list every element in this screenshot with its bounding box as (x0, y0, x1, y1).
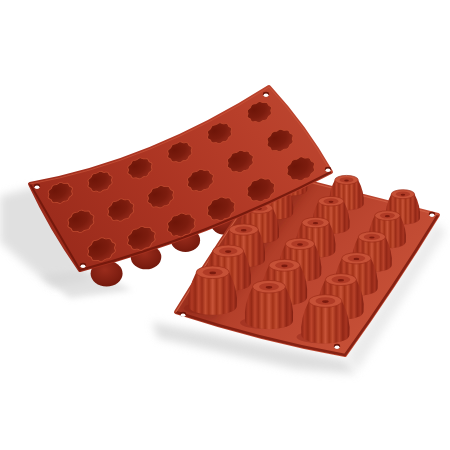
cup-top-dimple (338, 279, 344, 282)
cup-top-dimple (401, 194, 406, 196)
cup-top-dimple (322, 300, 329, 303)
cup-top-dimple (313, 222, 318, 224)
corner-hole (335, 346, 340, 350)
cup-bump (184, 266, 237, 315)
corner-hole (430, 214, 435, 218)
cup-top-dimple (225, 250, 231, 253)
corner-hole (35, 186, 40, 190)
corner-hole (181, 314, 186, 318)
cup-top-dimple (369, 236, 374, 238)
product-photo (0, 0, 450, 450)
cup-top-dimple (385, 215, 390, 217)
cup-top-dimple (354, 258, 360, 260)
cup-top-dimple (297, 243, 303, 245)
corner-hole (264, 94, 269, 98)
corner-hole (326, 169, 331, 173)
cup-top-dimple (209, 272, 216, 275)
cup-top-dimple (281, 265, 287, 268)
corner-hole (81, 265, 86, 269)
cup-top-dimple (329, 201, 334, 203)
cup-top-dimple (344, 180, 349, 182)
cup-top-dimple (241, 229, 247, 231)
cup-top-dimple (266, 286, 273, 289)
silicone-mold-scene (0, 0, 450, 450)
